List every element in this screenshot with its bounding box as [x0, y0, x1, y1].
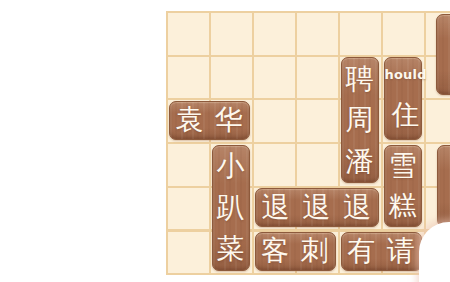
tile-character: 住 [385, 91, 427, 139]
tile-character: 刺 [295, 233, 335, 270]
tile-character: 袁 [170, 102, 210, 139]
tile-character: 退 [256, 189, 297, 226]
tile-character: 潘 [342, 141, 378, 182]
puzzle-board: 袁华小趴菜聘周潘hould住雪糕退退退客刺有请 [166, 11, 450, 275]
tile-character: hould [385, 58, 427, 91]
game-screen: 袁华小趴菜聘周潘hould住雪糕退退退客刺有请 [0, 0, 450, 282]
tile-character: 糕 [385, 186, 421, 226]
tile-character: 客 [256, 233, 296, 270]
word-tile[interactable]: 退退退 [255, 188, 379, 227]
tile-character: 请 [381, 233, 421, 270]
word-tile[interactable]: 小趴菜 [212, 145, 250, 271]
word-tile[interactable]: 袁华 [169, 101, 250, 140]
word-tile[interactable]: hould住 [384, 57, 422, 139]
tile-character: 退 [296, 189, 337, 226]
word-tile[interactable]: 有请 [341, 232, 422, 271]
tile-character: 聘 [342, 58, 378, 99]
tile-character: 有 [342, 233, 382, 270]
word-tile[interactable]: 客刺 [255, 232, 336, 271]
word-tile[interactable]: 聘周潘 [341, 57, 379, 183]
tile-character: 菜 [213, 228, 249, 269]
tile-character: 趴 [213, 187, 249, 228]
tile-character: 华 [209, 102, 249, 139]
word-tile-partial[interactable] [437, 145, 450, 227]
tile-character: 小 [213, 146, 249, 187]
word-tile[interactable]: 雪糕 [384, 145, 422, 227]
word-tile-partial[interactable] [436, 14, 450, 96]
tile-character: 退 [337, 189, 378, 226]
tile-character: 雪 [385, 146, 421, 186]
tile-character: 周 [342, 100, 378, 141]
